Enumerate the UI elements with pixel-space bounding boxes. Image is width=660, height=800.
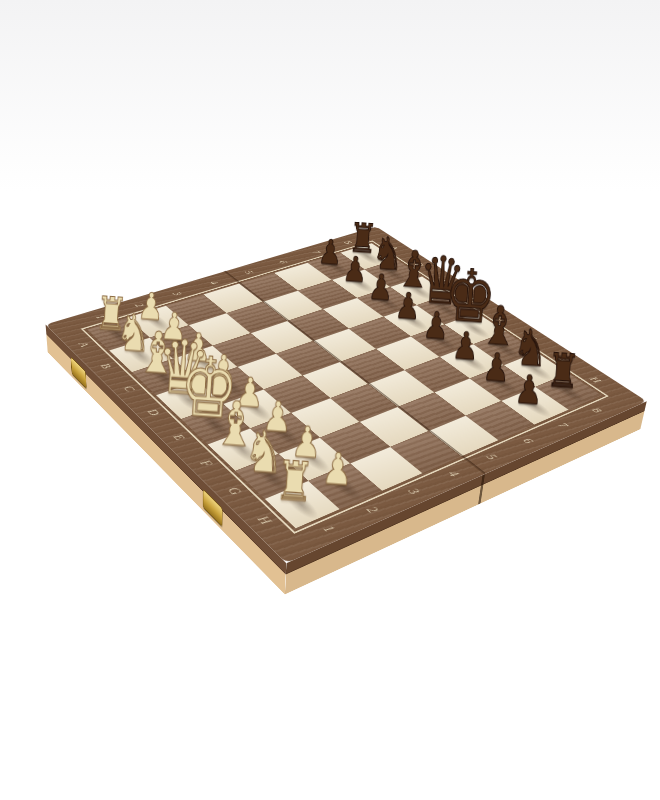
fold-seam-side	[478, 474, 485, 505]
piece-black-pawn[interactable]: ♟	[503, 365, 554, 410]
piece-white-rook[interactable]: ♜	[265, 448, 324, 511]
